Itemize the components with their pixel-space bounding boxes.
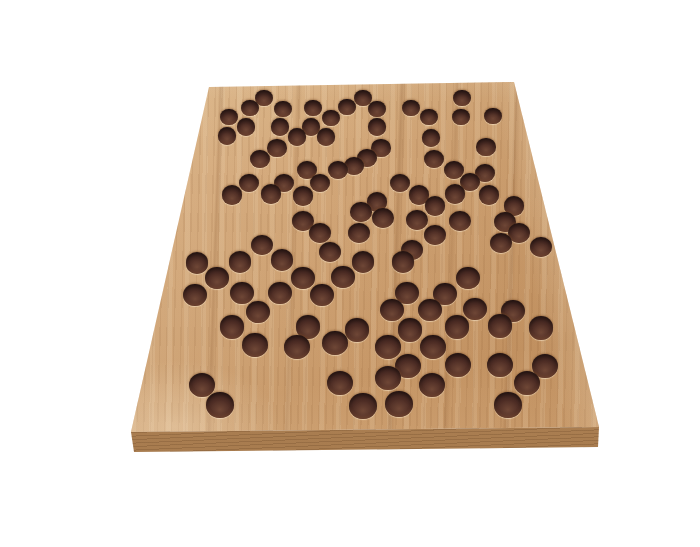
hole (420, 109, 438, 126)
hole (239, 174, 259, 193)
hole (445, 184, 466, 203)
hole (230, 282, 254, 304)
hole (218, 127, 237, 144)
hole (319, 242, 341, 263)
hole (424, 225, 446, 245)
hole (331, 266, 354, 288)
hole (293, 186, 314, 205)
hole (514, 371, 541, 396)
hole (271, 118, 289, 135)
hole (186, 252, 209, 273)
hole (368, 101, 386, 118)
hole (349, 393, 376, 418)
hole (274, 101, 292, 118)
hole (419, 373, 446, 398)
hole (398, 318, 423, 341)
hole (328, 161, 348, 179)
hole (304, 100, 322, 117)
hole (268, 282, 292, 304)
hole (242, 333, 267, 357)
hole (375, 366, 401, 391)
hole (222, 185, 243, 204)
hole (425, 196, 446, 215)
hole (392, 251, 415, 272)
hole (463, 298, 487, 321)
hole (490, 233, 512, 254)
hole (445, 315, 470, 338)
hole (484, 108, 502, 125)
hole (422, 129, 441, 146)
hole (420, 335, 445, 359)
hole (309, 223, 331, 243)
hole (375, 335, 400, 359)
hole (241, 100, 259, 117)
hole (345, 318, 370, 341)
hole (350, 202, 371, 222)
hole (476, 138, 495, 156)
hole (261, 184, 282, 203)
hole (530, 237, 552, 258)
hole (449, 211, 470, 231)
hole (327, 371, 354, 396)
hole (310, 284, 334, 306)
hole (488, 314, 513, 337)
hole (271, 249, 294, 270)
hole (267, 139, 286, 157)
hole (418, 299, 442, 322)
hole (220, 109, 238, 126)
hole (284, 335, 309, 359)
hole (372, 208, 393, 228)
hole (445, 353, 471, 377)
hole (229, 251, 252, 272)
hole (479, 185, 500, 204)
hole (494, 392, 521, 417)
hole (322, 110, 340, 127)
hole (402, 100, 420, 117)
hole (352, 251, 375, 272)
hole (288, 128, 307, 145)
hole (338, 99, 356, 116)
hole (250, 150, 269, 168)
hole (368, 118, 386, 135)
product-photo (0, 0, 700, 547)
hole (317, 128, 336, 145)
hole-pattern (0, 0, 700, 547)
hole (453, 90, 471, 106)
hole (390, 174, 410, 193)
hole (322, 331, 347, 355)
hole (406, 210, 427, 230)
hole (251, 235, 273, 256)
hole (456, 267, 479, 289)
hole (380, 299, 404, 322)
hole (452, 109, 470, 126)
hole (220, 315, 245, 338)
hole (246, 301, 270, 324)
hole (424, 150, 443, 168)
hole (385, 391, 412, 416)
hole (348, 223, 370, 243)
hole (291, 267, 314, 289)
hole (206, 392, 233, 417)
hole (487, 353, 513, 377)
hole (237, 118, 255, 135)
hole (205, 267, 228, 289)
hole (529, 316, 554, 339)
hole (183, 284, 207, 306)
hole (310, 174, 330, 193)
